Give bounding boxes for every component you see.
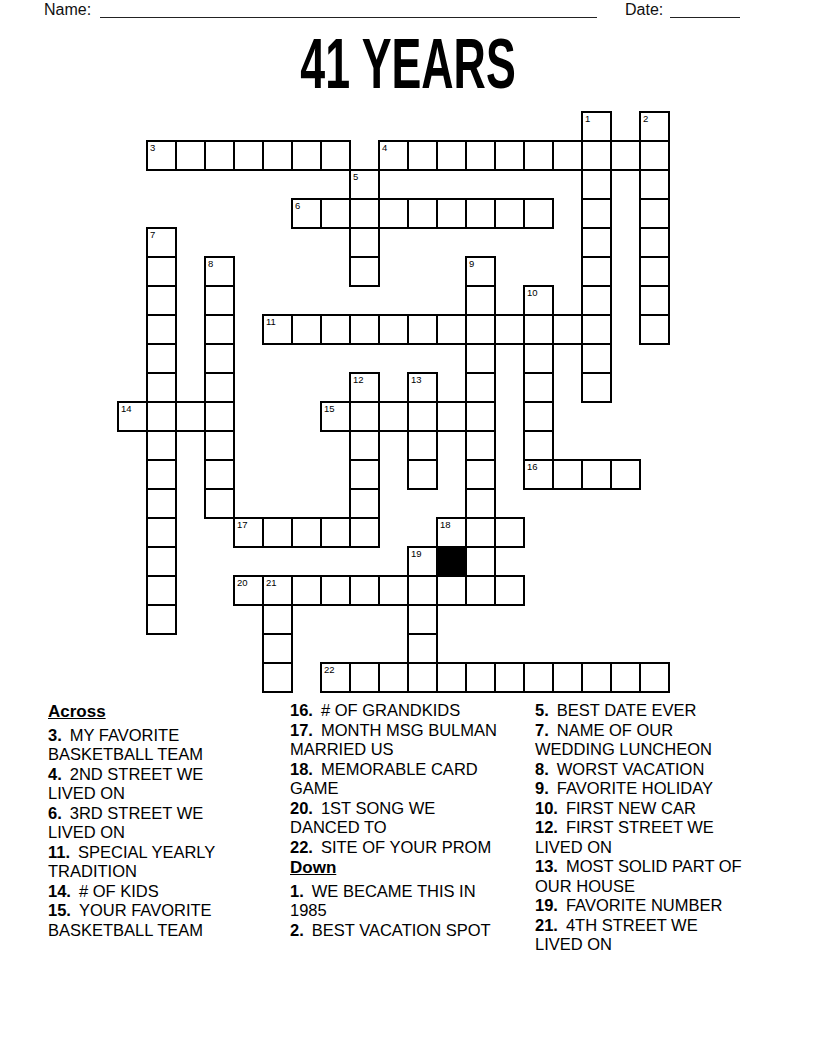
clue: 15.YOUR FAVORITE BASKETBALL TEAM (48, 901, 215, 940)
grid-cell[interactable] (146, 575, 177, 606)
clue-number-label: 21. (535, 916, 558, 934)
grid-cell[interactable] (407, 575, 438, 606)
grid-cell[interactable] (552, 140, 583, 171)
grid-cell[interactable] (581, 372, 612, 403)
grid-cell[interactable] (175, 401, 206, 432)
grid-cell[interactable] (349, 227, 380, 258)
grid-cell[interactable] (146, 430, 177, 461)
cell-clue-number: 17 (237, 519, 248, 530)
cell-clue-number: 12 (353, 374, 364, 385)
grid-cell[interactable] (581, 459, 612, 490)
grid-cell[interactable] (146, 488, 177, 519)
grid-cell[interactable]: 12 (349, 372, 380, 403)
clue-text: WORST VACATION (557, 760, 705, 778)
clue-number-label: 15. (48, 901, 71, 919)
cell-clue-number: 2 (643, 113, 648, 124)
clue-text: MOST SOLID PART OF OUR HOUSE (535, 857, 742, 895)
grid-cell[interactable]: 6 (291, 198, 322, 229)
cell-clue-number: 16 (527, 461, 538, 472)
grid-cell[interactable] (146, 401, 177, 432)
grid-cell[interactable] (349, 459, 380, 490)
clue: 16.# OF GRANDKIDS (290, 701, 497, 721)
grid-cell[interactable] (465, 198, 496, 229)
cell-clue-number: 4 (382, 142, 387, 153)
blocked-cell (436, 546, 467, 577)
clue-text: 4TH STREET WE LIVED ON (535, 916, 698, 954)
grid-cell[interactable] (465, 285, 496, 316)
grid-cell[interactable] (610, 140, 641, 171)
date-label: Date: (625, 1, 663, 19)
date-blank-line[interactable] (670, 1, 740, 18)
cell-clue-number: 3 (150, 142, 155, 153)
grid-cell[interactable] (465, 662, 496, 693)
clue: 19.FAVORITE NUMBER (535, 896, 742, 916)
grid-cell[interactable]: 4 (378, 140, 409, 171)
clue: 1.WE BECAME THIS IN 1985 (290, 882, 497, 921)
grid-cell[interactable]: 21 (262, 575, 293, 606)
clue-number-label: 9. (535, 779, 549, 797)
grid-cell[interactable] (407, 633, 438, 664)
grid-cell[interactable] (523, 372, 554, 403)
grid-cell[interactable]: 17 (233, 517, 264, 548)
clue-number-label: 1. (290, 882, 304, 900)
grid-cell[interactable] (204, 314, 235, 345)
cell-clue-number: 11 (266, 316, 276, 327)
clue: 9.FAVORITE HOLIDAY (535, 779, 742, 799)
grid-cell[interactable] (465, 430, 496, 461)
grid-cell[interactable] (639, 198, 670, 229)
clue: 20.1ST SONG WE DANCED TO (290, 799, 497, 838)
name-label: Name: (44, 1, 91, 19)
crossword-grid: 12345678910111213141516171819202122 (117, 111, 670, 693)
grid-cell[interactable] (494, 575, 525, 606)
name-blank-line[interactable] (100, 1, 597, 18)
grid-cell[interactable]: 9 (465, 256, 496, 287)
clue-number-label: 6. (48, 804, 62, 822)
clue: 10.FIRST NEW CAR (535, 799, 742, 819)
clue: 17.MONTH MSG BULMAN MARRIED US (290, 721, 497, 760)
grid-cell[interactable] (581, 140, 612, 171)
grid-cell[interactable] (494, 314, 525, 345)
grid-cell[interactable] (465, 140, 496, 171)
grid-cell[interactable] (494, 140, 525, 171)
grid-cell[interactable] (581, 662, 612, 693)
grid-cell[interactable] (204, 459, 235, 490)
cell-clue-number: 18 (440, 519, 451, 530)
grid-cell[interactable] (349, 517, 380, 548)
grid-cell[interactable] (581, 343, 612, 374)
grid-cell[interactable] (523, 401, 554, 432)
grid-cell[interactable]: 5 (349, 169, 380, 200)
clue-text: # OF GRANDKIDS (321, 701, 460, 719)
clue-text: FIRST NEW CAR (566, 799, 696, 817)
clue-column-down: 5.BEST DATE EVER7.NAME OF OUR WEDDING LU… (535, 701, 742, 955)
grid-cell[interactable] (523, 198, 554, 229)
clue: 13.MOST SOLID PART OF OUR HOUSE (535, 857, 742, 896)
grid-cell[interactable] (378, 662, 409, 693)
cell-clue-number: 5 (353, 171, 358, 182)
grid-cell[interactable] (465, 343, 496, 374)
grid-cell[interactable] (639, 662, 670, 693)
cell-clue-number: 10 (527, 287, 538, 298)
grid-cell[interactable] (407, 401, 438, 432)
grid-cell[interactable] (436, 198, 467, 229)
grid-cell[interactable] (262, 604, 293, 635)
grid-cell[interactable] (436, 575, 467, 606)
grid-cell[interactable] (320, 314, 351, 345)
grid-cell[interactable]: 14 (117, 401, 148, 432)
clue-number-label: 10. (535, 799, 558, 817)
clue-text: BEST DATE EVER (557, 701, 697, 719)
grid-cell[interactable] (523, 343, 554, 374)
grid-cell[interactable]: 20 (233, 575, 264, 606)
grid-cell[interactable] (610, 662, 641, 693)
grid-cell[interactable] (465, 546, 496, 577)
clue-number-label: 19. (535, 896, 558, 914)
grid-cell[interactable] (175, 140, 206, 171)
grid-cell[interactable]: 22 (320, 662, 351, 693)
grid-cell[interactable] (233, 140, 264, 171)
clue: 4.2ND STREET WE LIVED ON (48, 765, 215, 804)
grid-cell[interactable] (349, 256, 380, 287)
clue-text: FIRST STREET WE LIVED ON (535, 818, 714, 856)
grid-cell[interactable] (523, 140, 554, 171)
grid-cell[interactable] (581, 227, 612, 258)
grid-cell[interactable]: 7 (146, 227, 177, 258)
grid-cell[interactable] (523, 430, 554, 461)
clue-text: 3RD STREET WE LIVED ON (48, 804, 203, 842)
grid-cell[interactable] (610, 459, 641, 490)
clue-text: YOUR FAVORITE BASKETBALL TEAM (48, 901, 212, 939)
grid-cell[interactable] (349, 198, 380, 229)
grid-cell[interactable] (349, 488, 380, 519)
clue-text: BEST VACATION SPOT (312, 921, 491, 939)
grid-cell[interactable] (204, 285, 235, 316)
grid-cell[interactable] (349, 401, 380, 432)
across-header: Across (48, 702, 215, 722)
grid-cell[interactable] (436, 314, 467, 345)
grid-cell[interactable] (291, 314, 322, 345)
puzzle-title-text: 41 YEARS (300, 28, 515, 99)
grid-cell[interactable] (465, 488, 496, 519)
grid-cell[interactable] (465, 401, 496, 432)
grid-cell[interactable]: 3 (146, 140, 177, 171)
grid-cell[interactable] (639, 140, 670, 171)
grid-cell[interactable] (581, 198, 612, 229)
cell-clue-number: 6 (295, 200, 300, 211)
grid-cell[interactable] (146, 517, 177, 548)
clue-number-label: 2. (290, 921, 304, 939)
grid-cell[interactable] (320, 575, 351, 606)
clue-text: MONTH MSG BULMAN MARRIED US (290, 721, 497, 759)
grid-cell[interactable] (639, 256, 670, 287)
clue: 14.# OF KIDS (48, 882, 215, 902)
clue: 7.NAME OF OUR WEDDING LUNCHEON (535, 721, 742, 760)
cell-clue-number: 19 (411, 548, 422, 559)
clue-text: FAVORITE HOLIDAY (557, 779, 713, 797)
grid-cell[interactable] (407, 198, 438, 229)
grid-cell[interactable] (581, 169, 612, 200)
grid-cell[interactable] (465, 372, 496, 403)
clue-number-label: 18. (290, 760, 313, 778)
grid-cell[interactable] (204, 140, 235, 171)
clue: 22.SITE OF YOUR PROM (290, 838, 497, 858)
clue-text: SPECIAL YEARLY TRADITION (48, 843, 215, 881)
grid-cell[interactable] (378, 575, 409, 606)
clue-number-label: 8. (535, 760, 549, 778)
grid-cell[interactable] (146, 372, 177, 403)
grid-cell[interactable] (552, 314, 583, 345)
clue-column-middle: 16.# OF GRANDKIDS17.MONTH MSG BULMAN MAR… (290, 701, 497, 940)
grid-cell[interactable] (146, 459, 177, 490)
clue: 5.BEST DATE EVER (535, 701, 742, 721)
grid-cell[interactable] (320, 517, 351, 548)
clue: 18.MEMORABLE CARD GAME (290, 760, 497, 799)
grid-cell[interactable] (146, 604, 177, 635)
grid-cell[interactable] (378, 401, 409, 432)
cell-clue-number: 15 (324, 403, 335, 414)
grid-cell[interactable] (349, 575, 380, 606)
grid-cell[interactable] (523, 314, 554, 345)
clue-text: SITE OF YOUR PROM (321, 838, 491, 856)
cell-clue-number: 8 (208, 258, 213, 269)
grid-cell[interactable] (581, 285, 612, 316)
grid-cell[interactable]: 19 (407, 546, 438, 577)
grid-cell[interactable] (639, 285, 670, 316)
clue: 3.MY FAVORITE BASKETBALL TEAM (48, 726, 215, 765)
grid-cell[interactable] (349, 314, 380, 345)
grid-cell[interactable] (204, 430, 235, 461)
grid-cell[interactable]: 11 (262, 314, 293, 345)
grid-cell[interactable] (465, 314, 496, 345)
clue-text: FAVORITE NUMBER (566, 896, 722, 914)
grid-cell[interactable]: 16 (523, 459, 554, 490)
grid-cell[interactable] (262, 662, 293, 693)
clue-column-across: Across3.MY FAVORITE BASKETBALL TEAM4.2ND… (48, 701, 215, 940)
clue-number-label: 17. (290, 721, 313, 739)
clue-number-label: 3. (48, 726, 62, 744)
grid-cell[interactable] (349, 430, 380, 461)
grid-cell[interactable] (552, 662, 583, 693)
clue-number-label: 12. (535, 818, 558, 836)
grid-cell[interactable] (436, 662, 467, 693)
grid-cell[interactable] (407, 314, 438, 345)
clue: 11.SPECIAL YEARLY TRADITION (48, 843, 215, 882)
clue-text: NAME OF OUR WEDDING LUNCHEON (535, 721, 712, 759)
grid-cell[interactable] (407, 459, 438, 490)
clue-text: MEMORABLE CARD GAME (290, 760, 478, 798)
grid-cell[interactable] (407, 430, 438, 461)
cell-clue-number: 21 (266, 577, 277, 588)
grid-cell[interactable] (639, 314, 670, 345)
grid-cell[interactable] (291, 140, 322, 171)
grid-cell[interactable] (378, 314, 409, 345)
cell-clue-number: 9 (469, 258, 474, 269)
clue-number-label: 7. (535, 721, 549, 739)
grid-cell[interactable] (262, 633, 293, 664)
clue-number-label: 20. (290, 799, 313, 817)
grid-cell[interactable] (146, 343, 177, 374)
grid-cell[interactable] (581, 256, 612, 287)
clue: 2.BEST VACATION SPOT (290, 921, 497, 941)
grid-cell[interactable] (407, 140, 438, 171)
clue-number-label: 4. (48, 765, 62, 783)
clue-number-label: 5. (535, 701, 549, 719)
grid-cell[interactable] (494, 517, 525, 548)
grid-cell[interactable] (436, 140, 467, 171)
grid-cell[interactable] (436, 401, 467, 432)
down-header: Down (290, 858, 497, 878)
grid-cell[interactable] (204, 372, 235, 403)
grid-cell[interactable] (262, 517, 293, 548)
cell-clue-number: 7 (150, 229, 155, 240)
grid-cell[interactable] (204, 488, 235, 519)
grid-cell[interactable] (146, 546, 177, 577)
grid-cell[interactable] (320, 198, 351, 229)
cell-clue-number: 13 (411, 374, 422, 385)
grid-cell[interactable] (465, 517, 496, 548)
clue-number-label: 16. (290, 701, 313, 719)
grid-cell[interactable]: 10 (523, 285, 554, 316)
cell-clue-number: 20 (237, 577, 248, 588)
grid-cell[interactable]: 15 (320, 401, 351, 432)
grid-cell[interactable] (465, 575, 496, 606)
clue-text: 2ND STREET WE LIVED ON (48, 765, 203, 803)
grid-cell[interactable] (146, 285, 177, 316)
grid-cell[interactable] (494, 198, 525, 229)
grid-cell[interactable] (465, 459, 496, 490)
grid-cell[interactable]: 1 (581, 111, 612, 142)
clue: 21.4TH STREET WE LIVED ON (535, 916, 742, 955)
grid-cell[interactable] (407, 662, 438, 693)
grid-cell[interactable] (291, 575, 322, 606)
puzzle-title: 41 YEARS (0, 28, 816, 99)
grid-cell[interactable] (581, 314, 612, 345)
grid-cell[interactable] (291, 517, 322, 548)
grid-cell[interactable] (378, 198, 409, 229)
clue-text: # OF KIDS (79, 882, 159, 900)
cell-clue-number: 1 (585, 113, 590, 124)
grid-cell[interactable]: 8 (204, 256, 235, 287)
grid-cell[interactable]: 13 (407, 372, 438, 403)
grid-cell[interactable] (523, 662, 554, 693)
grid-cell[interactable] (639, 169, 670, 200)
grid-cell[interactable] (146, 314, 177, 345)
cell-clue-number: 14 (121, 403, 132, 414)
grid-cell[interactable] (320, 140, 351, 171)
clue: 8.WORST VACATION (535, 760, 742, 780)
clue-text: WE BECAME THIS IN 1985 (290, 882, 476, 920)
grid-cell[interactable]: 2 (639, 111, 670, 142)
clue: 12.FIRST STREET WE LIVED ON (535, 818, 742, 857)
grid-cell[interactable] (146, 256, 177, 287)
grid-cell[interactable] (262, 140, 293, 171)
grid-cell[interactable] (204, 401, 235, 432)
clue-number-label: 22. (290, 838, 313, 856)
grid-cell[interactable]: 18 (436, 517, 467, 548)
grid-cell[interactable] (552, 459, 583, 490)
clue-number-label: 11. (48, 843, 70, 861)
grid-cell[interactable] (204, 343, 235, 374)
grid-cell[interactable] (407, 604, 438, 635)
clue-text: MY FAVORITE BASKETBALL TEAM (48, 726, 203, 764)
clue-number-label: 14. (48, 882, 71, 900)
grid-cell[interactable] (639, 227, 670, 258)
cell-clue-number: 22 (324, 664, 335, 675)
grid-cell[interactable] (494, 662, 525, 693)
grid-cell[interactable] (349, 662, 380, 693)
clue: 6.3RD STREET WE LIVED ON (48, 804, 215, 843)
clue-number-label: 13. (535, 857, 558, 875)
